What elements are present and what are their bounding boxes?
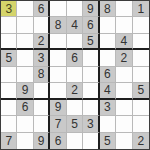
cell-r6c7[interactable]: 4 [100,83,116,99]
cell-r2c7[interactable] [100,17,116,33]
cell-r6c8[interactable] [116,83,132,99]
cell-r2c6[interactable]: 6 [83,17,99,33]
cell-r3c1[interactable] [1,34,17,50]
cell-r5c1[interactable] [1,67,17,83]
cell-r5c5[interactable] [67,67,83,83]
cell-r9c4[interactable]: 6 [50,133,66,149]
cell-r6c5[interactable]: 2 [67,83,83,99]
cell-r9c9[interactable]: 2 [133,133,149,149]
cell-r7c6[interactable] [83,100,99,116]
cell-r5c6[interactable] [83,67,99,83]
cell-r1c9[interactable]: 1 [133,1,149,17]
cell-r9c1[interactable]: 7 [1,133,17,149]
cell-r9c6[interactable] [83,133,99,149]
cell-r5c4[interactable] [50,67,66,83]
cell-r7c9[interactable] [133,100,149,116]
cell-r1c6[interactable]: 9 [83,1,99,17]
cell-r3c5[interactable] [67,34,83,50]
cell-r5c3[interactable]: 8 [34,67,50,83]
cell-r1c7[interactable]: 8 [100,1,116,17]
cell-r3c8[interactable]: 4 [116,34,132,50]
cell-r8c2[interactable] [17,116,33,132]
cell-r5c2[interactable] [17,67,33,83]
cell-r7c2[interactable]: 6 [17,100,33,116]
cell-r8c6[interactable]: 3 [83,116,99,132]
cell-r6c3[interactable] [34,83,50,99]
cell-r4c7[interactable] [100,50,116,66]
cell-r6c2[interactable]: 9 [17,83,33,99]
cell-r4c8[interactable]: 2 [116,50,132,66]
cell-r1c5[interactable] [67,1,83,17]
cell-r4c4[interactable] [50,50,66,66]
cell-r9c8[interactable] [116,133,132,149]
cell-r8c5[interactable]: 5 [67,116,83,132]
cell-r2c9[interactable] [133,17,149,33]
cell-r4c1[interactable]: 5 [1,50,17,66]
cell-r8c7[interactable] [100,116,116,132]
cell-r6c6[interactable] [83,83,99,99]
cell-r6c4[interactable] [50,83,66,99]
cell-r6c9[interactable]: 5 [133,83,149,99]
cell-r2c8[interactable] [116,17,132,33]
cell-r5c8[interactable] [116,67,132,83]
cell-r2c1[interactable] [1,17,17,33]
cell-r7c7[interactable]: 3 [100,100,116,116]
cell-r9c5[interactable] [67,133,83,149]
cell-r5c9[interactable] [133,67,149,83]
cell-r2c2[interactable] [17,17,33,33]
cell-r2c3[interactable] [34,17,50,33]
cell-r1c3[interactable]: 6 [34,1,50,17]
cell-r3c4[interactable] [50,34,66,50]
cell-r5c7[interactable]: 6 [100,67,116,83]
cell-r7c1[interactable] [1,100,17,116]
cell-r3c2[interactable] [17,34,33,50]
cell-r8c9[interactable] [133,116,149,132]
cell-r4c2[interactable] [17,50,33,66]
cell-r4c5[interactable]: 6 [67,50,83,66]
cell-r4c3[interactable]: 3 [34,50,50,66]
cell-r9c2[interactable] [17,133,33,149]
cell-r8c4[interactable]: 7 [50,116,66,132]
cell-r9c3[interactable]: 9 [34,133,50,149]
cell-r7c8[interactable] [116,100,132,116]
cell-r8c8[interactable] [116,116,132,132]
cell-r3c9[interactable] [133,34,149,50]
cell-r3c6[interactable]: 5 [83,34,99,50]
cell-r1c8[interactable] [116,1,132,17]
cell-r7c3[interactable] [34,100,50,116]
cell-r1c1[interactable]: 3 [1,1,17,17]
cell-r8c1[interactable] [1,116,17,132]
cell-r7c4[interactable]: 9 [50,100,66,116]
cell-r4c6[interactable] [83,50,99,66]
cell-r3c7[interactable] [100,34,116,50]
sudoku-board: 36981846254536286924569375379652 [0,0,150,150]
cell-r3c3[interactable]: 2 [34,34,50,50]
cell-r9c7[interactable]: 5 [100,133,116,149]
cell-r6c1[interactable] [1,83,17,99]
cell-r2c4[interactable]: 8 [50,17,66,33]
cell-r2c5[interactable]: 4 [67,17,83,33]
cell-r8c3[interactable] [34,116,50,132]
cell-r7c5[interactable] [67,100,83,116]
cell-r4c9[interactable] [133,50,149,66]
cell-r1c2[interactable] [17,1,33,17]
cell-r1c4[interactable] [50,1,66,17]
